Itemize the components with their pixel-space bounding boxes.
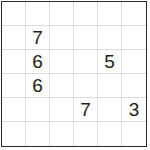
cell-r3c3[interactable] xyxy=(50,50,74,74)
cell-r4c6[interactable] xyxy=(122,74,146,98)
cell-r3c5[interactable]: 5 xyxy=(98,50,122,74)
cell-r6c5[interactable] xyxy=(98,122,122,146)
cell-r4c2[interactable]: 6 xyxy=(26,74,50,98)
cell-r5c5[interactable] xyxy=(98,98,122,122)
cell-r6c3[interactable] xyxy=(50,122,74,146)
cell-r4c5[interactable] xyxy=(98,74,122,98)
cell-r1c2[interactable] xyxy=(26,2,50,26)
cell-r3c2[interactable]: 6 xyxy=(26,50,50,74)
cell-r4c1[interactable] xyxy=(2,74,26,98)
cell-r5c6[interactable]: 3 xyxy=(122,98,146,122)
cell-r5c4[interactable]: 7 xyxy=(74,98,98,122)
cell-r6c2[interactable] xyxy=(26,122,50,146)
cell-r2c1[interactable] xyxy=(2,26,26,50)
cell-r1c3[interactable] xyxy=(50,2,74,26)
cell-r6c6[interactable] xyxy=(122,122,146,146)
cell-r5c3[interactable] xyxy=(50,98,74,122)
cell-r1c4[interactable] xyxy=(74,2,98,26)
cell-r2c5[interactable] xyxy=(98,26,122,50)
cell-r2c3[interactable] xyxy=(50,26,74,50)
cell-r5c1[interactable] xyxy=(2,98,26,122)
cell-r3c1[interactable] xyxy=(2,50,26,74)
cell-r1c6[interactable] xyxy=(122,2,146,26)
cell-r3c4[interactable] xyxy=(74,50,98,74)
cell-r1c1[interactable] xyxy=(2,2,26,26)
cell-r2c2[interactable]: 7 xyxy=(26,26,50,50)
cell-r4c3[interactable] xyxy=(50,74,74,98)
cell-r3c6[interactable] xyxy=(122,50,146,74)
cell-r2c4[interactable] xyxy=(74,26,98,50)
puzzle-board: 765673 xyxy=(1,1,147,147)
cell-r4c4[interactable] xyxy=(74,74,98,98)
cell-r5c2[interactable] xyxy=(26,98,50,122)
cell-r6c1[interactable] xyxy=(2,122,26,146)
cell-r6c4[interactable] xyxy=(74,122,98,146)
cell-r1c5[interactable] xyxy=(98,2,122,26)
cell-r2c6[interactable] xyxy=(122,26,146,50)
